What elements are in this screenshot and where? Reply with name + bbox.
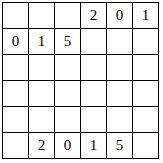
grid-cell-r1c6[interactable]: 1 <box>133 3 158 28</box>
grid-cell-r1c2[interactable] <box>29 3 54 28</box>
grid-cell-r5c6[interactable] <box>133 107 158 132</box>
grid-cell-r3c3[interactable] <box>55 55 80 80</box>
grid-cell-r4c1[interactable] <box>3 81 28 106</box>
grid-cell-r3c4[interactable] <box>81 55 106 80</box>
grid-cell-r5c1[interactable] <box>3 107 28 132</box>
grid-cell-r1c3[interactable] <box>55 3 80 28</box>
grid-cell-r5c2[interactable] <box>29 107 54 132</box>
grid-cell-r3c2[interactable] <box>29 55 54 80</box>
grid-cell-r1c5[interactable]: 0 <box>107 3 132 28</box>
grid-cell-r4c6[interactable] <box>133 81 158 106</box>
grid-cell-r3c5[interactable] <box>107 55 132 80</box>
grid-cell-r6c5[interactable]: 5 <box>107 133 132 158</box>
puzzle-board: 2010152015 <box>2 2 159 159</box>
grid-cell-r3c1[interactable] <box>3 55 28 80</box>
grid-cell-r1c1[interactable] <box>3 3 28 28</box>
grid-cell-r6c1[interactable] <box>3 133 28 158</box>
grid-cell-r2c2[interactable]: 1 <box>29 29 54 54</box>
grid-cell-r2c6[interactable] <box>133 29 158 54</box>
grid-cell-r2c3[interactable]: 5 <box>55 29 80 54</box>
grid-cell-r3c6[interactable] <box>133 55 158 80</box>
grid-cell-r6c4[interactable]: 1 <box>81 133 106 158</box>
grid-cell-r5c3[interactable] <box>55 107 80 132</box>
grid-cell-r6c3[interactable]: 0 <box>55 133 80 158</box>
grid-cell-r5c5[interactable] <box>107 107 132 132</box>
grid-cell-r6c2[interactable]: 2 <box>29 133 54 158</box>
grid-cell-r4c2[interactable] <box>29 81 54 106</box>
grid-cell-r4c3[interactable] <box>55 81 80 106</box>
grid-cell-r5c4[interactable] <box>81 107 106 132</box>
grid-cell-r4c5[interactable] <box>107 81 132 106</box>
grid-cell-r2c4[interactable] <box>81 29 106 54</box>
grid-cell-r1c4[interactable]: 2 <box>81 3 106 28</box>
grid-cell-r6c6[interactable] <box>133 133 158 158</box>
grid-cell-r2c1[interactable]: 0 <box>3 29 28 54</box>
grid-cell-r4c4[interactable] <box>81 81 106 106</box>
grid-cell-r2c5[interactable] <box>107 29 132 54</box>
